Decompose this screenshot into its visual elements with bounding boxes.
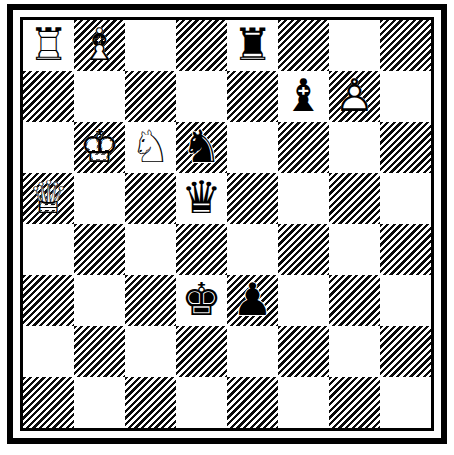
- square-g7: ♟♙: [329, 71, 380, 122]
- square-a3: [23, 275, 74, 326]
- square-b6: ♚♔: [74, 122, 125, 173]
- square-b1: [74, 377, 125, 428]
- square-h6: [380, 122, 431, 173]
- white-knight-piece: ♞♘: [125, 122, 176, 173]
- square-a6: [23, 122, 74, 173]
- chess-board: ♜♖♝♗♜♝♟♙♚♔♞♘♞♛♕♛♚♟: [23, 20, 431, 428]
- square-d5: ♛: [176, 173, 227, 224]
- square-f3: [278, 275, 329, 326]
- square-f8: [278, 20, 329, 71]
- square-e2: [227, 326, 278, 377]
- square-d1: [176, 377, 227, 428]
- square-h5: [380, 173, 431, 224]
- square-d8: [176, 20, 227, 71]
- black-rook-piece: ♜: [227, 20, 278, 71]
- square-h2: [380, 326, 431, 377]
- piece-glyph: ♘: [130, 123, 170, 168]
- piece-glyph: ♖: [28, 21, 68, 66]
- white-bishop-piece: ♝♗: [74, 20, 125, 71]
- square-g6: [329, 122, 380, 173]
- piece-glyph: ♛: [181, 174, 221, 219]
- black-king-piece: ♚: [176, 275, 227, 326]
- square-d3: ♚: [176, 275, 227, 326]
- square-c4: [125, 224, 176, 275]
- square-a2: [23, 326, 74, 377]
- square-h4: [380, 224, 431, 275]
- piece-glyph: ♚: [181, 276, 221, 321]
- board-inner-border: ♜♖♝♗♜♝♟♙♚♔♞♘♞♛♕♛♚♟: [20, 17, 434, 431]
- piece-glyph: ♟: [232, 276, 272, 321]
- square-e8: ♜: [227, 20, 278, 71]
- black-bishop-piece: ♝: [278, 71, 329, 122]
- piece-glyph: ♜: [232, 21, 272, 66]
- piece-glyph: ♕: [28, 174, 68, 219]
- chess-diagram-frame: ♜♖♝♗♜♝♟♙♚♔♞♘♞♛♕♛♚♟: [7, 4, 447, 444]
- square-h8: [380, 20, 431, 71]
- square-f1: [278, 377, 329, 428]
- square-a8: ♜♖: [23, 20, 74, 71]
- square-d2: [176, 326, 227, 377]
- square-c5: [125, 173, 176, 224]
- square-a4: [23, 224, 74, 275]
- square-d6: ♞: [176, 122, 227, 173]
- square-b8: ♝♗: [74, 20, 125, 71]
- square-g5: [329, 173, 380, 224]
- black-queen-piece: ♛: [176, 173, 227, 224]
- square-a1: [23, 377, 74, 428]
- square-f5: [278, 173, 329, 224]
- white-pawn-piece: ♟♙: [329, 71, 380, 122]
- piece-glyph: ♞: [181, 123, 221, 168]
- square-h1: [380, 377, 431, 428]
- piece-glyph: ♙: [334, 72, 374, 117]
- square-e4: [227, 224, 278, 275]
- square-c6: ♞♘: [125, 122, 176, 173]
- black-pawn-piece: ♟: [227, 275, 278, 326]
- piece-glyph: ♝: [283, 72, 323, 117]
- square-c3: [125, 275, 176, 326]
- square-g4: [329, 224, 380, 275]
- square-e7: [227, 71, 278, 122]
- square-e5: [227, 173, 278, 224]
- square-c2: [125, 326, 176, 377]
- square-b7: [74, 71, 125, 122]
- white-rook-piece: ♜♖: [23, 20, 74, 71]
- square-a5: ♛♕: [23, 173, 74, 224]
- square-c1: [125, 377, 176, 428]
- square-b2: [74, 326, 125, 377]
- square-g1: [329, 377, 380, 428]
- square-b3: [74, 275, 125, 326]
- square-e6: [227, 122, 278, 173]
- square-c8: [125, 20, 176, 71]
- square-d7: [176, 71, 227, 122]
- black-knight-piece: ♞: [176, 122, 227, 173]
- square-a7: [23, 71, 74, 122]
- square-h3: [380, 275, 431, 326]
- square-e1: [227, 377, 278, 428]
- square-c7: [125, 71, 176, 122]
- square-h7: [380, 71, 431, 122]
- white-king-piece: ♚♔: [74, 122, 125, 173]
- square-f7: ♝: [278, 71, 329, 122]
- square-b5: [74, 173, 125, 224]
- square-f2: [278, 326, 329, 377]
- square-e3: ♟: [227, 275, 278, 326]
- square-g2: [329, 326, 380, 377]
- piece-glyph: ♔: [79, 123, 119, 168]
- square-f6: [278, 122, 329, 173]
- square-f4: [278, 224, 329, 275]
- square-g8: [329, 20, 380, 71]
- square-g3: [329, 275, 380, 326]
- piece-glyph: ♗: [79, 21, 119, 66]
- square-b4: [74, 224, 125, 275]
- square-d4: [176, 224, 227, 275]
- white-queen-piece: ♛♕: [23, 173, 74, 224]
